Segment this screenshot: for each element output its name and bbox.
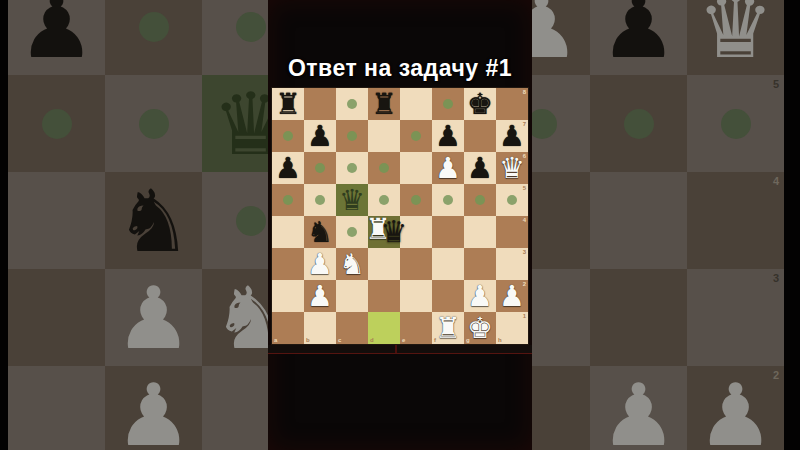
piece-bP-b7[interactable]: ♟	[304, 120, 336, 152]
square-a7[interactable]	[272, 120, 304, 152]
square-f8[interactable]	[432, 88, 464, 120]
square-a5	[8, 75, 105, 172]
square-e1[interactable]: e	[400, 312, 432, 344]
move-hint-dot[interactable]	[379, 195, 389, 205]
rank-label-3: 3	[523, 249, 526, 255]
piece-wQ-h6: ♛	[687, 0, 784, 75]
square-a3[interactable]	[272, 248, 304, 280]
video-frame: Ответ на задачу #1 ♜♜♚8♟♟♟7♟♟♟♛6♛5♞♜4♟♞3…	[268, 0, 532, 450]
move-hint-dot	[139, 109, 169, 139]
bg-rank-label-4: 4	[773, 175, 779, 187]
square-b1[interactable]: b	[304, 312, 336, 344]
rank-label-7: 7	[523, 121, 526, 127]
file-label-c: c	[338, 337, 341, 343]
square-e5[interactable]	[400, 184, 432, 216]
piece-wP-b2[interactable]: ♟	[304, 280, 336, 312]
square-b5	[105, 75, 202, 172]
square-h5[interactable]: 5	[496, 184, 528, 216]
square-f5[interactable]	[432, 184, 464, 216]
square-c1[interactable]: c	[336, 312, 368, 344]
move-hint-dot[interactable]	[347, 131, 357, 141]
square-g4	[590, 172, 687, 269]
move-hint-dot	[139, 12, 169, 42]
piece-wP-h2: ♟	[687, 366, 784, 450]
square-g2[interactable]: ♟	[464, 280, 496, 312]
move-hint-dot	[236, 206, 266, 236]
piece-bK-g8[interactable]: ♚	[464, 88, 496, 120]
rank-label-6: 6	[523, 153, 526, 159]
chess-board[interactable]: ♜♜♚8♟♟♟7♟♟♟♛6♛5♞♜4♟♞3♟♟♟2abcde♜f♚g1h♛	[272, 88, 528, 344]
move-hint-dot[interactable]	[507, 195, 517, 205]
piece-wN-c3[interactable]: ♞	[336, 248, 368, 280]
rank-label-5: 5	[523, 185, 526, 191]
square-g3[interactable]	[464, 248, 496, 280]
move-hint-dot[interactable]	[283, 131, 293, 141]
piece-bP-a6: ♟	[8, 0, 105, 75]
square-c5[interactable]: ♛	[336, 184, 368, 216]
square-a6: ♟	[8, 0, 105, 75]
square-b4[interactable]: ♞	[304, 216, 336, 248]
square-c6[interactable]	[336, 152, 368, 184]
square-a8[interactable]: ♜	[272, 88, 304, 120]
file-label-d: d	[370, 337, 374, 343]
move-hint-dot[interactable]	[411, 131, 421, 141]
square-a3	[8, 269, 105, 366]
rank-label-1: 1	[523, 313, 526, 319]
piece-bN-b4[interactable]: ♞	[304, 216, 336, 248]
board-bottom-edge	[268, 345, 532, 354]
square-g7[interactable]	[464, 120, 496, 152]
square-a4[interactable]	[272, 216, 304, 248]
ghost-piece-bQ: ♛	[336, 184, 368, 216]
piece-bP-g6: ♟	[590, 0, 687, 75]
move-hint-dot[interactable]	[315, 195, 325, 205]
square-e2[interactable]	[400, 280, 432, 312]
square-b6	[105, 0, 202, 75]
piece-wP-b3[interactable]: ♟	[304, 248, 336, 280]
bg-rank-label-3: 3	[773, 272, 779, 284]
square-e6[interactable]	[400, 152, 432, 184]
square-g1[interactable]: ♚g	[464, 312, 496, 344]
file-label-b: b	[306, 337, 310, 343]
piece-wP-f6[interactable]: ♟	[432, 152, 464, 184]
square-a6[interactable]: ♟	[272, 152, 304, 184]
square-f2[interactable]	[432, 280, 464, 312]
file-label-a: a	[274, 337, 277, 343]
square-g5	[590, 75, 687, 172]
square-b4: ♞	[105, 172, 202, 269]
square-b8[interactable]	[304, 88, 336, 120]
square-g6[interactable]: ♟	[464, 152, 496, 184]
move-hint-dot[interactable]	[443, 99, 453, 109]
piece-bP-a6[interactable]: ♟	[272, 152, 304, 184]
move-hint-dot[interactable]	[379, 163, 389, 173]
square-g4[interactable]	[464, 216, 496, 248]
square-f3[interactable]	[432, 248, 464, 280]
square-h4: 4	[687, 172, 784, 269]
file-label-h: h	[498, 337, 502, 343]
square-d8[interactable]: ♜	[368, 88, 400, 120]
move-hint-dot	[721, 109, 751, 139]
piece-bR-d8[interactable]: ♜	[368, 88, 400, 120]
square-c8[interactable]	[336, 88, 368, 120]
move-hint-dot[interactable]	[347, 163, 357, 173]
square-b2: ♟	[105, 366, 202, 450]
square-h3: 3	[687, 269, 784, 366]
square-g2: ♟	[590, 366, 687, 450]
file-label-f: f	[434, 337, 436, 343]
video-title: Ответ на задачу #1	[268, 55, 532, 85]
square-c2[interactable]	[336, 280, 368, 312]
square-a1[interactable]: a	[272, 312, 304, 344]
piece-wR-f1[interactable]: ♜	[432, 312, 464, 344]
square-d6[interactable]	[368, 152, 400, 184]
square-a2[interactable]	[272, 280, 304, 312]
move-hint-dot[interactable]	[347, 227, 357, 237]
square-h2: ♟2	[687, 366, 784, 450]
square-b6[interactable]	[304, 152, 336, 184]
piece-wP-g2: ♟	[590, 366, 687, 450]
move-hint-dot	[42, 109, 72, 139]
move-hint-dot[interactable]	[443, 195, 453, 205]
square-g8[interactable]: ♚	[464, 88, 496, 120]
move-hint-dot[interactable]	[347, 99, 357, 109]
square-a5[interactable]	[272, 184, 304, 216]
square-b3[interactable]: ♟	[304, 248, 336, 280]
move-hint-dot[interactable]	[475, 195, 485, 205]
square-h1[interactable]: 1h	[496, 312, 528, 344]
square-d2[interactable]	[368, 280, 400, 312]
move-hint-dot[interactable]	[315, 163, 325, 173]
square-a2	[8, 366, 105, 450]
square-e7[interactable]	[400, 120, 432, 152]
square-d1[interactable]: d	[368, 312, 400, 344]
square-d7[interactable]	[368, 120, 400, 152]
square-d3[interactable]	[368, 248, 400, 280]
square-f4[interactable]	[432, 216, 464, 248]
square-b7[interactable]: ♟	[304, 120, 336, 152]
move-hint-dot	[624, 109, 654, 139]
rank-label-8: 8	[523, 89, 526, 95]
square-b3: ♟	[105, 269, 202, 366]
bg-rank-label-2: 2	[773, 369, 779, 381]
square-h5: 5	[687, 75, 784, 172]
move-hint-dot	[236, 12, 266, 42]
bg-rank-label-5: 5	[773, 78, 779, 90]
square-g3	[590, 269, 687, 366]
piece-wP-b3: ♟	[105, 269, 202, 366]
square-h6[interactable]: ♛6	[496, 152, 528, 184]
rank-label-4: 4	[523, 217, 526, 223]
piece-bN-b4: ♞	[105, 172, 202, 269]
piece-wP-b2: ♟	[105, 366, 202, 450]
piece-bP-g6[interactable]: ♟	[464, 152, 496, 184]
square-f7[interactable]: ♟	[432, 120, 464, 152]
square-a4	[8, 172, 105, 269]
move-hint-dot[interactable]	[283, 195, 293, 205]
square-h2[interactable]: ♟2	[496, 280, 528, 312]
square-g5[interactable]	[464, 184, 496, 216]
square-g6: ♟	[590, 0, 687, 75]
square-b2[interactable]: ♟	[304, 280, 336, 312]
square-h4[interactable]: 4	[496, 216, 528, 248]
rank-label-2: 2	[523, 281, 526, 287]
square-h7[interactable]: ♟7	[496, 120, 528, 152]
piece-bR-a8[interactable]: ♜	[272, 88, 304, 120]
square-c7[interactable]	[336, 120, 368, 152]
square-h3[interactable]: 3	[496, 248, 528, 280]
move-hint-dot[interactable]	[411, 195, 421, 205]
piece-bP-f7[interactable]: ♟	[432, 120, 464, 152]
square-f1[interactable]: ♜f	[432, 312, 464, 344]
square-c3[interactable]: ♞	[336, 248, 368, 280]
square-h8[interactable]: 8	[496, 88, 528, 120]
square-f6[interactable]: ♟	[432, 152, 464, 184]
square-b5[interactable]	[304, 184, 336, 216]
dragged-piece-bQ[interactable]: ♛	[378, 215, 410, 247]
square-e3[interactable]	[400, 248, 432, 280]
square-h6: ♛	[687, 0, 784, 75]
piece-wP-g2[interactable]: ♟	[464, 280, 496, 312]
square-e8[interactable]	[400, 88, 432, 120]
file-label-g: g	[466, 337, 470, 343]
file-label-e: e	[402, 337, 405, 343]
